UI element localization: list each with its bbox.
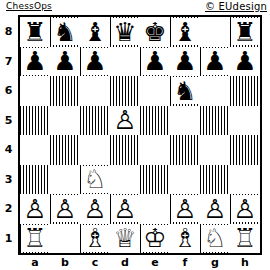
piece-white-rook: ♖: [232, 225, 258, 252]
square-h1: ♖: [230, 224, 260, 254]
piece-black-pawn: ♟: [82, 48, 108, 75]
piece-white-pawn: ♙: [22, 195, 48, 222]
file-label-h: h: [230, 256, 260, 269]
file-label-c: c: [80, 256, 110, 269]
square-h5: [230, 106, 260, 136]
square-b5: [50, 106, 80, 136]
piece-white-pawn: ♙: [172, 195, 198, 222]
square-c7: ♟: [80, 47, 110, 77]
piece-white-pawn: ♙: [112, 195, 138, 222]
piece-white-knight: ♘: [82, 166, 108, 193]
piece-white-pawn: ♙: [232, 195, 258, 222]
square-d8: ♛: [110, 17, 140, 47]
piece-white-knight: ♘: [202, 225, 228, 252]
piece-white-pawn: ♙: [82, 195, 108, 222]
square-e1: ♔: [140, 224, 170, 254]
square-d2: ♙: [110, 194, 140, 224]
chess-board: ♜♞♝♛♚♝♜♟♟♟♟♟♟♟♞♙♘♙♙♙♙♙♙♙♖♗♕♔♗♘♖: [18, 15, 262, 255]
credit-link[interactable]: © EUdesign: [205, 1, 267, 12]
piece-black-pawn: ♟: [22, 48, 48, 75]
square-f2: ♙: [170, 194, 200, 224]
square-h6: [230, 76, 260, 106]
square-b6: [50, 76, 80, 106]
square-e3: [140, 165, 170, 195]
square-h4: [230, 135, 260, 165]
square-f3: [170, 165, 200, 195]
square-d6: [110, 76, 140, 106]
piece-black-knight: ♞: [52, 18, 78, 45]
piece-black-rook: ♜: [22, 18, 48, 45]
square-d7: [110, 47, 140, 77]
square-g7: ♟: [200, 47, 230, 77]
square-b3: [50, 165, 80, 195]
piece-black-rook: ♜: [232, 18, 258, 45]
rank-label-7: 7: [2, 47, 15, 77]
piece-black-bishop: ♝: [82, 18, 108, 45]
rank-label-4: 4: [2, 135, 15, 165]
piece-black-queen: ♛: [112, 18, 138, 45]
square-b1: [50, 224, 80, 254]
square-g1: ♘: [200, 224, 230, 254]
rank-label-5: 5: [2, 106, 15, 136]
file-label-a: a: [20, 256, 50, 269]
piece-white-pawn: ♙: [52, 195, 78, 222]
piece-black-knight: ♞: [172, 77, 198, 104]
square-g8: [200, 17, 230, 47]
square-f1: ♗: [170, 224, 200, 254]
square-a3: [20, 165, 50, 195]
square-d5: ♙: [110, 106, 140, 136]
square-a5: [20, 106, 50, 136]
square-f6: ♞: [170, 76, 200, 106]
square-e4: [140, 135, 170, 165]
square-d1: ♕: [110, 224, 140, 254]
rank-label-2: 2: [2, 194, 15, 224]
square-h7: ♟: [230, 47, 260, 77]
square-c2: ♙: [80, 194, 110, 224]
square-d3: [110, 165, 140, 195]
piece-black-pawn: ♟: [52, 48, 78, 75]
square-a8: ♜: [20, 17, 50, 47]
piece-black-king: ♚: [142, 18, 168, 45]
square-e7: ♟: [140, 47, 170, 77]
square-d4: [110, 135, 140, 165]
square-c5: [80, 106, 110, 136]
square-g5: [200, 106, 230, 136]
square-g2: ♙: [200, 194, 230, 224]
square-b4: [50, 135, 80, 165]
square-e5: [140, 106, 170, 136]
file-label-b: b: [50, 256, 80, 269]
square-c1: ♗: [80, 224, 110, 254]
square-g4: [200, 135, 230, 165]
square-c6: [80, 76, 110, 106]
square-e2: [140, 194, 170, 224]
file-label-d: d: [110, 256, 140, 269]
square-f5: [170, 106, 200, 136]
rank-label-3: 3: [2, 165, 15, 195]
square-e6: [140, 76, 170, 106]
piece-white-rook: ♖: [22, 225, 48, 252]
square-g3: [200, 165, 230, 195]
piece-white-bishop: ♗: [82, 225, 108, 252]
square-b8: ♞: [50, 17, 80, 47]
square-a2: ♙: [20, 194, 50, 224]
square-a4: [20, 135, 50, 165]
piece-white-pawn: ♙: [112, 107, 138, 134]
piece-white-king: ♔: [142, 225, 168, 252]
square-c8: ♝: [80, 17, 110, 47]
piece-white-pawn: ♙: [202, 195, 228, 222]
file-label-g: g: [200, 256, 230, 269]
file-label-f: f: [170, 256, 200, 269]
piece-white-bishop: ♗: [172, 225, 198, 252]
rank-label-8: 8: [2, 17, 15, 47]
square-f7: ♟: [170, 47, 200, 77]
square-h8: ♜: [230, 17, 260, 47]
square-c4: [80, 135, 110, 165]
file-label-e: e: [140, 256, 170, 269]
square-c3: ♘: [80, 165, 110, 195]
square-b7: ♟: [50, 47, 80, 77]
piece-black-pawn: ♟: [232, 48, 258, 75]
square-e8: ♚: [140, 17, 170, 47]
piece-black-pawn: ♟: [142, 48, 168, 75]
piece-black-bishop: ♝: [172, 18, 198, 45]
app-title-link[interactable]: ChessOps: [6, 1, 52, 11]
rank-label-6: 6: [2, 76, 15, 106]
piece-black-pawn: ♟: [172, 48, 198, 75]
square-a6: [20, 76, 50, 106]
rank-label-1: 1: [2, 224, 15, 254]
square-b2: ♙: [50, 194, 80, 224]
square-a7: ♟: [20, 47, 50, 77]
piece-white-queen: ♕: [112, 225, 138, 252]
square-f8: ♝: [170, 17, 200, 47]
piece-black-pawn: ♟: [202, 48, 228, 75]
square-f4: [170, 135, 200, 165]
square-g6: [200, 76, 230, 106]
square-a1: ♖: [20, 224, 50, 254]
square-h3: [230, 165, 260, 195]
square-h2: ♙: [230, 194, 260, 224]
